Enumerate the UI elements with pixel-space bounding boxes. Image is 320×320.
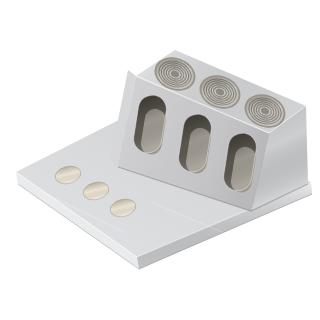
- lug-connector-illustration: [0, 0, 320, 320]
- product-photo: [0, 0, 320, 320]
